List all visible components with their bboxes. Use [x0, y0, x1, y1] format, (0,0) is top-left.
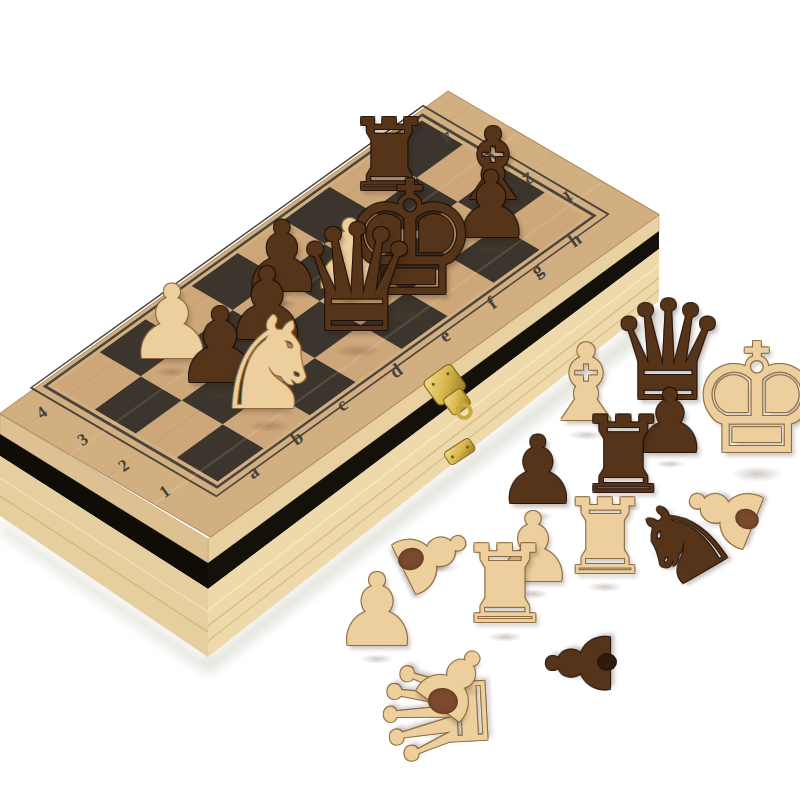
scattered-white-king-standing: ♚ [689, 324, 800, 476]
piece-white-knight-b1: ♞ [212, 300, 327, 428]
product-photo-chess-set: abcdefgh43214321 ♜♝♟♟♟♚♛♟♟♟♞♝♛♟♚♜♟♟♞♜♟♟♜… [0, 0, 800, 800]
felt-pad [597, 653, 617, 671]
scattered-white-pawn-standing: ♟ [332, 561, 422, 661]
